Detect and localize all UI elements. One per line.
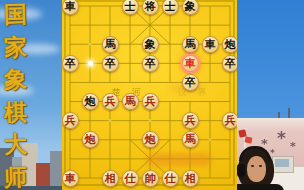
right-photo-strip: * * * *	[237, 0, 304, 190]
webcam-room: * * * *	[237, 118, 304, 190]
piece-black-elephant[interactable]: 象	[142, 36, 159, 53]
streamer-eye	[259, 165, 262, 167]
watermark-blur	[146, 153, 212, 166]
snowflake-decal: *	[277, 128, 286, 148]
piece-black-soldier[interactable]: 卒	[142, 55, 159, 72]
headphones-earcup-icon	[237, 164, 245, 177]
piece-red-horse[interactable]: 馬	[182, 131, 199, 148]
piece-red-advisor[interactable]: 仕	[122, 170, 139, 187]
last-move-origin-marker	[88, 61, 93, 66]
piece-black-soldier[interactable]: 卒	[182, 74, 199, 91]
piece-black-advisor[interactable]: 士	[122, 0, 139, 15]
piece-red-horse[interactable]: 馬	[122, 93, 139, 110]
snowflake-decal: *	[290, 140, 296, 153]
piece-black-cannon[interactable]: 炮	[222, 36, 238, 53]
piece-red-soldier[interactable]: 兵	[142, 93, 159, 110]
piece-red-cannon[interactable]: 炮	[142, 131, 159, 148]
piece-red-chariot[interactable]: 車	[62, 170, 79, 187]
streamer-webcam	[237, 146, 282, 190]
piece-black-chariot[interactable]: 車	[62, 0, 79, 15]
headphones-band-icon	[239, 146, 271, 161]
piece-red-soldier[interactable]: 兵	[102, 93, 119, 110]
piece-black-horse[interactable]: 馬	[182, 36, 199, 53]
banner-char: 师	[3, 165, 27, 189]
piece-red-chariot[interactable]: 車	[182, 55, 199, 72]
piece-black-soldier[interactable]: 卒	[222, 55, 238, 72]
banner-char: 象	[3, 67, 27, 91]
piece-red-soldier[interactable]: 兵	[222, 112, 238, 129]
banner-char: 家	[3, 34, 27, 58]
piece-black-general[interactable]: 将	[142, 0, 159, 15]
banner-char: 国	[3, 2, 27, 26]
piece-black-elephant[interactable]: 象	[182, 0, 199, 15]
banner-char: 棋	[3, 99, 27, 123]
piece-black-soldier[interactable]: 卒	[102, 55, 119, 72]
streamer-eye	[251, 165, 254, 167]
side-banner-title: 国家象棋大师	[1, 0, 29, 190]
building	[50, 151, 62, 190]
streamer-shoulder	[237, 184, 284, 190]
piece-red-soldier[interactable]: 兵	[182, 112, 199, 129]
xiangqi-board[interactable]: 楚 河 汉 界 車士将士象馬象馬車炮卒卒卒車卒卒炮兵馬兵兵兵兵炮炮馬車相仕帥仕相	[62, 0, 237, 190]
piece-red-cannon[interactable]: 炮	[82, 131, 99, 148]
piece-black-horse[interactable]: 馬	[102, 36, 119, 53]
piece-red-general[interactable]: 帥	[142, 170, 159, 187]
banner-char: 大	[3, 132, 27, 156]
piece-red-advisor[interactable]: 仕	[162, 170, 179, 187]
piece-black-cannon[interactable]: 炮	[82, 93, 99, 110]
piece-red-soldier[interactable]: 兵	[62, 112, 79, 129]
piece-red-elephant[interactable]: 相	[102, 170, 119, 187]
piece-black-chariot[interactable]: 車	[202, 36, 219, 53]
piece-black-soldier[interactable]: 卒	[62, 55, 79, 72]
piece-black-advisor[interactable]: 士	[162, 0, 179, 15]
piece-red-elephant[interactable]: 相	[182, 170, 199, 187]
